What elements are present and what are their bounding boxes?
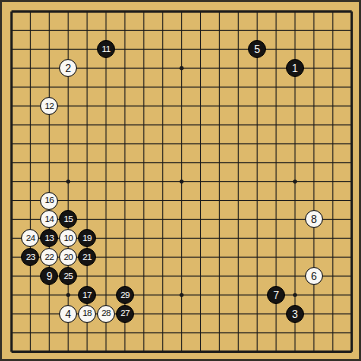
stone-white-r8-move-8: 8 — [305, 210, 323, 228]
stone-black-d5-move-25: 25 — [59, 267, 77, 285]
move-number-label: 12 — [45, 101, 54, 110]
stone-black-q16-move-1: 1 — [286, 59, 304, 77]
move-number-label: 4 — [65, 308, 71, 319]
move-number-label: 5 — [254, 44, 260, 55]
stone-white-e3-move-18: 18 — [78, 305, 96, 323]
stone-black-o17-move-5: 5 — [248, 40, 266, 58]
stone-white-c9-move-16: 16 — [40, 192, 58, 210]
stone-white-c8-move-14: 14 — [40, 210, 58, 228]
stone-black-d8-move-15: 15 — [59, 210, 77, 228]
move-number-label: 28 — [101, 309, 110, 318]
stone-black-b6-move-23: 23 — [21, 248, 39, 266]
stone-white-c14-move-12: 12 — [40, 97, 58, 115]
move-number-label: 2 — [65, 62, 71, 73]
move-number-label: 7 — [273, 289, 279, 300]
stone-white-d16-move-2: 2 — [59, 59, 77, 77]
move-number-label: 18 — [83, 309, 92, 318]
move-number-label: 22 — [45, 252, 54, 261]
move-number-label: 15 — [64, 214, 73, 223]
stone-black-e6-move-21: 21 — [78, 248, 96, 266]
move-number-label: 11 — [102, 44, 110, 53]
move-number-label: 19 — [83, 233, 92, 242]
stone-white-b7-move-24: 24 — [21, 229, 39, 247]
stone-black-g3-move-27: 27 — [116, 305, 134, 323]
move-number-label: 14 — [45, 214, 54, 223]
stone-black-c5-move-9: 9 — [40, 267, 58, 285]
go-board: 1234567891011121314151617181920212223242… — [0, 0, 361, 361]
stone-white-d6-move-20: 20 — [59, 248, 77, 266]
stone-black-g4-move-29: 29 — [116, 286, 134, 304]
move-number-label: 6 — [311, 270, 317, 281]
move-number-label: 27 — [120, 309, 129, 318]
move-number-label: 21 — [83, 252, 92, 261]
stone-black-c7-move-13: 13 — [40, 229, 58, 247]
stone-white-r5-move-6: 6 — [305, 267, 323, 285]
move-number-label: 1 — [292, 62, 298, 73]
move-number-label: 3 — [292, 308, 298, 319]
stone-black-f17-move-11: 11 — [97, 40, 115, 58]
stone-black-q3-move-3: 3 — [286, 305, 304, 323]
move-number-label: 13 — [45, 233, 54, 242]
stone-black-p4-move-7: 7 — [267, 286, 285, 304]
move-number-label: 29 — [120, 290, 129, 299]
move-number-label: 16 — [45, 196, 54, 205]
stone-black-e4-move-17: 17 — [78, 286, 96, 304]
move-number-label: 10 — [64, 233, 73, 242]
stone-white-d3-move-4: 4 — [59, 305, 77, 323]
move-number-label: 25 — [64, 271, 73, 280]
move-number-label: 24 — [26, 233, 35, 242]
move-number-label: 9 — [46, 270, 52, 281]
move-number-label: 23 — [26, 252, 35, 261]
stones-layer: 1234567891011121314151617181920212223242… — [2, 2, 359, 359]
move-number-label: 20 — [64, 252, 73, 261]
move-number-label: 8 — [311, 214, 317, 225]
stone-white-d7-move-10: 10 — [59, 229, 77, 247]
stone-black-e7-move-19: 19 — [78, 229, 96, 247]
stone-white-f3-move-28: 28 — [97, 305, 115, 323]
stone-white-c6-move-22: 22 — [40, 248, 58, 266]
move-number-label: 17 — [83, 290, 92, 299]
